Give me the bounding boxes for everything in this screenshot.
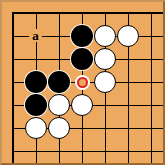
go-board-diagram: a — [0, 0, 165, 165]
white-stone — [94, 25, 116, 47]
grid-line-horizontal — [12, 151, 163, 152]
white-stone — [94, 71, 116, 93]
circle-marker-ring — [77, 77, 88, 88]
grid-line-vertical — [151, 12, 152, 163]
black-stone — [71, 25, 93, 47]
white-stone — [117, 25, 139, 47]
white-stone — [48, 94, 70, 116]
white-stone — [25, 117, 47, 139]
circle-marker — [75, 75, 90, 90]
black-stone — [25, 94, 47, 116]
white-stone — [94, 48, 116, 70]
white-stone — [71, 94, 93, 116]
black-stone — [71, 48, 93, 70]
black-stone — [25, 71, 47, 93]
black-stone — [48, 71, 70, 93]
board-edge-line-top — [12, 12, 163, 14]
board-edge-line-left — [12, 12, 14, 163]
white-stone — [48, 117, 70, 139]
point-label-a: a — [29, 29, 42, 42]
